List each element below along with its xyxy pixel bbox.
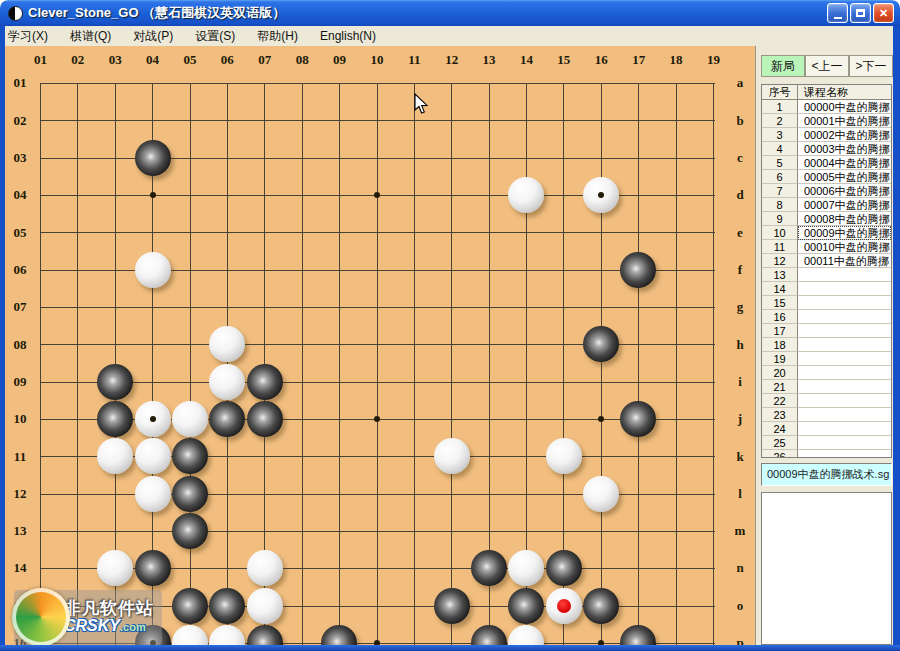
lesson-row-no: 1 (762, 100, 798, 114)
lesson-row[interactable]: 14 (762, 282, 891, 296)
black-stone (620, 252, 656, 288)
star-point (374, 192, 380, 198)
lesson-row[interactable]: 17 (762, 324, 891, 338)
black-stone (172, 476, 208, 512)
left-coord-label: 08 (7, 337, 33, 353)
top-coord-label: 06 (214, 52, 240, 68)
lesson-row[interactable]: 1100010中盘的腾挪 (762, 240, 891, 254)
black-stone (583, 588, 619, 624)
top-coord-label: 19 (700, 52, 726, 68)
top-coord-label: 03 (102, 52, 128, 68)
top-coord-label: 11 (401, 52, 427, 68)
app-window: Clever_Stone_GO （慧石围棋汉英双语版） ✕ 学习(X)棋谱(Q)… (0, 0, 900, 651)
left-coord-label: 05 (7, 225, 33, 241)
white-stone (135, 438, 171, 474)
lesson-row-name[interactable] (798, 408, 891, 422)
lesson-row-name[interactable] (798, 324, 891, 338)
lesson-row-name[interactable] (798, 338, 891, 352)
lesson-row[interactable]: 23 (762, 408, 891, 422)
top-coord-label: 13 (476, 52, 502, 68)
lesson-row[interactable]: 100000中盘的腾挪 (762, 100, 891, 114)
white-stone (97, 438, 133, 474)
black-stone (434, 588, 470, 624)
lesson-row-name[interactable] (798, 450, 891, 458)
maximize-icon (856, 9, 865, 17)
right-coord-label: c (730, 150, 750, 166)
menu-item-3[interactable]: 对战(P) (133, 28, 173, 45)
window-border-bottom (0, 645, 900, 651)
lesson-row[interactable]: 13 (762, 268, 891, 282)
lesson-row-name[interactable]: 00006中盘的腾挪 (798, 184, 891, 198)
white-stone (209, 625, 245, 645)
right-coord-label: e (730, 225, 750, 241)
lesson-row[interactable]: 20 (762, 366, 891, 380)
white-stone (247, 550, 283, 586)
top-coord-label: 10 (364, 52, 390, 68)
lesson-row-name[interactable] (798, 282, 891, 296)
stones-layer (22, 65, 732, 646)
white-stone (97, 550, 133, 586)
title-bar: Clever_Stone_GO （慧石围棋汉英双语版） ✕ (0, 0, 900, 26)
left-coord-label: 13 (7, 523, 33, 539)
black-stone (209, 588, 245, 624)
lesson-row[interactable]: 600005中盘的腾挪 (762, 170, 891, 184)
right-coord-label: a (730, 75, 750, 91)
lesson-row-name[interactable] (798, 422, 891, 436)
menu-item-6[interactable]: English(N) (320, 29, 376, 43)
lesson-row-name[interactable]: 00000中盘的腾挪 (798, 100, 891, 114)
lesson-row[interactable]: 700006中盘的腾挪 (762, 184, 891, 198)
lesson-row[interactable]: 24 (762, 422, 891, 436)
lesson-row-no: 8 (762, 198, 798, 212)
white-stone (508, 177, 544, 213)
top-coord-label: 18 (663, 52, 689, 68)
right-coord-label: o (730, 598, 750, 614)
white-stone (209, 326, 245, 362)
black-stone (247, 625, 283, 645)
left-coord-label: 03 (7, 150, 33, 166)
lesson-row-no: 19 (762, 352, 798, 366)
white-stone (508, 550, 544, 586)
menu-item-2[interactable]: 棋谱(Q) (70, 28, 111, 45)
lesson-row-no: 14 (762, 282, 798, 296)
top-coord-label: 09 (327, 52, 353, 68)
lesson-table-header: 序号 课程名称 (762, 85, 891, 100)
black-stone (620, 401, 656, 437)
right-coord-label: f (730, 262, 750, 278)
black-stone (471, 550, 507, 586)
lesson-row-name[interactable] (798, 268, 891, 282)
right-coord-label: m (730, 523, 750, 539)
black-stone (620, 625, 656, 645)
left-coord-label: 10 (7, 411, 33, 427)
right-coord-label: i (730, 374, 750, 390)
lesson-row-no: 6 (762, 170, 798, 184)
lesson-table: 序号 课程名称 100000中盘的腾挪200001中盘的腾挪300002中盘的腾… (761, 84, 892, 458)
previous-move-button[interactable]: <上一 (805, 55, 849, 77)
white-stone (247, 588, 283, 624)
white-stone (508, 625, 544, 645)
lesson-row-name[interactable] (798, 352, 891, 366)
lesson-row-no: 10 (762, 226, 798, 240)
lesson-row-no: 7 (762, 184, 798, 198)
black-stone (508, 588, 544, 624)
white-stone (583, 476, 619, 512)
lesson-row-no: 4 (762, 142, 798, 156)
lesson-row-no: 23 (762, 408, 798, 422)
star-point (598, 192, 604, 198)
lesson-row-no: 2 (762, 114, 798, 128)
right-coord-label: l (730, 486, 750, 502)
left-coord-label: 04 (7, 187, 33, 203)
lesson-row-no: 25 (762, 436, 798, 450)
lesson-row-no: 26 (762, 450, 798, 458)
next-move-button[interactable]: >下一 (849, 55, 893, 77)
right-coord-label: g (730, 299, 750, 315)
top-coord-label: 07 (252, 52, 278, 68)
window-border-left (0, 26, 5, 651)
left-coord-label: 01 (7, 75, 33, 91)
notes-box[interactable] (761, 492, 892, 645)
maximize-button[interactable] (850, 3, 871, 23)
lesson-row[interactable]: 800007中盘的腾挪 (762, 198, 891, 212)
lesson-row-name[interactable]: 00004中盘的腾挪 (798, 156, 891, 170)
white-stone (434, 438, 470, 474)
lesson-row-name[interactable]: 00009中盘的腾挪 (798, 226, 891, 240)
lesson-row[interactable]: 900008中盘的腾挪 (762, 212, 891, 226)
window-border-right (893, 26, 900, 651)
crsky-logo-icon (12, 588, 70, 645)
column-header-no[interactable]: 序号 (762, 85, 798, 100)
go-board[interactable]: 非凡软件站 CRSKY.com 010203040506070809101112… (5, 46, 755, 645)
top-coord-label: 15 (551, 52, 577, 68)
lesson-row-name[interactable] (798, 394, 891, 408)
white-stone (135, 252, 171, 288)
menu-item-1[interactable]: 学习(X) (8, 28, 48, 45)
lesson-row-no: 5 (762, 156, 798, 170)
lesson-row-name[interactable] (798, 380, 891, 394)
lesson-row-no: 16 (762, 310, 798, 324)
menu-bar: 学习(X)棋谱(Q)对战(P)设置(S)帮助(H)English(N) (0, 26, 900, 46)
lesson-row-no: 3 (762, 128, 798, 142)
lesson-row-name[interactable] (798, 436, 891, 450)
star-point (598, 416, 604, 422)
right-coord-label: k (730, 449, 750, 465)
white-stone (172, 625, 208, 645)
black-stone (97, 364, 133, 400)
top-coord-label: 16 (588, 52, 614, 68)
left-coord-label: 14 (7, 560, 33, 576)
lesson-row[interactable]: 1000009中盘的腾挪 (762, 226, 891, 240)
lesson-row-name[interactable]: 00008中盘的腾挪 (798, 212, 891, 226)
black-stone (247, 364, 283, 400)
right-coord-label: n (730, 560, 750, 576)
top-coord-label: 12 (439, 52, 465, 68)
watermark-url: CRSKY.com (64, 618, 154, 635)
black-stone (209, 401, 245, 437)
lesson-row[interactable]: 19 (762, 352, 891, 366)
black-stone (97, 401, 133, 437)
black-stone (247, 401, 283, 437)
lesson-row[interactable]: 16 (762, 310, 891, 324)
black-stone (321, 625, 357, 645)
right-coord-label: d (730, 187, 750, 203)
minimize-icon (834, 17, 842, 19)
lesson-row[interactable]: 300002中盘的腾挪 (762, 128, 891, 142)
crsky-watermark: 非凡软件站 CRSKY.com (14, 590, 162, 645)
lesson-row-name[interactable]: 00001中盘的腾挪 (798, 114, 891, 128)
top-coord-label: 05 (177, 52, 203, 68)
top-coord-label: 08 (289, 52, 315, 68)
white-stone (209, 364, 245, 400)
lesson-row-name[interactable]: 00007中盘的腾挪 (798, 198, 891, 212)
lesson-panel: 新局 <上一 >下一 序号 课程名称 100000中盘的腾挪200001中盘的腾… (755, 46, 893, 645)
top-coord-label: 14 (513, 52, 539, 68)
black-stone (172, 588, 208, 624)
lesson-row-no: 12 (762, 254, 798, 268)
lesson-row-name[interactable] (798, 310, 891, 324)
right-coord-label: h (730, 337, 750, 353)
left-coord-label: 07 (7, 299, 33, 315)
lesson-row-no: 13 (762, 268, 798, 282)
lesson-row[interactable]: 1200011中盘的腾挪 (762, 254, 891, 268)
lesson-row-no: 24 (762, 422, 798, 436)
lesson-row[interactable]: 22 (762, 394, 891, 408)
lesson-row-no: 21 (762, 380, 798, 394)
left-coord-label: 11 (7, 449, 33, 465)
lesson-row[interactable]: 500004中盘的腾挪 (762, 156, 891, 170)
right-coord-label: p (730, 635, 750, 645)
lesson-row[interactable]: 200001中盘的腾挪 (762, 114, 891, 128)
column-header-name[interactable]: 课程名称 (798, 85, 891, 100)
black-stone (471, 625, 507, 645)
left-coord-label: 02 (7, 113, 33, 129)
lesson-row-no: 9 (762, 212, 798, 226)
star-point (150, 192, 156, 198)
right-coord-label: b (730, 113, 750, 129)
lesson-row-name[interactable]: 00010中盘的腾挪 (798, 240, 891, 254)
black-stone (546, 550, 582, 586)
black-stone (583, 326, 619, 362)
selected-file-box[interactable]: 00009中盘的腾挪战术.sg (761, 463, 892, 486)
left-coord-label: 06 (7, 262, 33, 278)
lesson-row-no: 11 (762, 240, 798, 254)
menu-item-5[interactable]: 帮助(H) (257, 28, 298, 45)
black-stone (135, 140, 171, 176)
lesson-row[interactable]: 25 (762, 436, 891, 450)
menu-item-4[interactable]: 设置(S) (195, 28, 235, 45)
black-stone (135, 550, 171, 586)
lesson-row-no: 15 (762, 296, 798, 310)
lesson-row-name[interactable] (798, 366, 891, 380)
left-coord-label: 12 (7, 486, 33, 502)
lesson-row-no: 17 (762, 324, 798, 338)
black-stone (172, 438, 208, 474)
right-coord-label: j (730, 411, 750, 427)
top-coord-label: 02 (65, 52, 91, 68)
white-stone (135, 476, 171, 512)
black-stone (172, 513, 208, 549)
close-button[interactable]: ✕ (873, 3, 894, 23)
lesson-row[interactable]: 15 (762, 296, 891, 310)
star-point (150, 416, 156, 422)
white-stone (546, 438, 582, 474)
white-stone (546, 588, 582, 624)
watermark-title: 非凡软件站 (64, 600, 154, 618)
lesson-row-name[interactable]: 00003中盘的腾挪 (798, 142, 891, 156)
lesson-row-no: 20 (762, 366, 798, 380)
lesson-row[interactable]: 18 (762, 338, 891, 352)
lesson-row-no: 18 (762, 338, 798, 352)
lesson-row[interactable]: 21 (762, 380, 891, 394)
minimize-button[interactable] (827, 3, 848, 23)
lesson-row-name[interactable] (798, 296, 891, 310)
top-coord-label: 17 (626, 52, 652, 68)
mouse-cursor-icon (413, 93, 429, 115)
top-coord-label: 04 (140, 52, 166, 68)
last-move-marker (557, 599, 571, 613)
lesson-row[interactable]: 26 (762, 450, 891, 458)
app-icon (8, 6, 23, 21)
top-coord-label: 01 (27, 52, 53, 68)
left-coord-label: 09 (7, 374, 33, 390)
star-point (374, 416, 380, 422)
lesson-row[interactable]: 400003中盘的腾挪 (762, 142, 891, 156)
lesson-row-no: 22 (762, 394, 798, 408)
window-title: Clever_Stone_GO （慧石围棋汉英双语版） (28, 4, 285, 22)
white-stone (172, 401, 208, 437)
close-icon: ✕ (879, 7, 888, 20)
lesson-row-name[interactable]: 00011中盘的腾挪 (798, 254, 891, 268)
new-game-button[interactable]: 新局 (761, 55, 805, 77)
lesson-row-name[interactable]: 00005中盘的腾挪 (798, 170, 891, 184)
lesson-row-name[interactable]: 00002中盘的腾挪 (798, 128, 891, 142)
